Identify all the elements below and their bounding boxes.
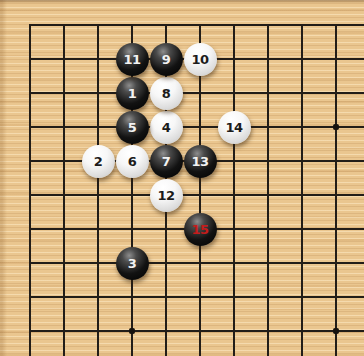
- stone-number: 12: [157, 189, 174, 202]
- stone-number: 15: [191, 223, 208, 236]
- stone-number: 5: [128, 121, 137, 134]
- stone-number: 13: [191, 155, 208, 168]
- stone-white-8[interactable]: 8: [150, 77, 183, 110]
- stone-number: 8: [162, 87, 171, 100]
- stone-black-11[interactable]: 11: [116, 43, 149, 76]
- star-point: [333, 124, 339, 130]
- stone-number: 1: [128, 87, 137, 100]
- grid-vertical-lines: [29, 24, 337, 356]
- stone-white-14[interactable]: 14: [218, 111, 251, 144]
- stone-white-4[interactable]: 4: [150, 111, 183, 144]
- stone-number: 3: [128, 257, 137, 270]
- stone-black-1[interactable]: 1: [116, 77, 149, 110]
- stone-white-6[interactable]: 6: [116, 145, 149, 178]
- stone-black-15[interactable]: 15: [184, 213, 217, 246]
- stone-number: 4: [162, 121, 171, 134]
- star-point: [333, 328, 339, 334]
- stone-black-9[interactable]: 9: [150, 43, 183, 76]
- go-board[interactable]: 123456789101112131415: [0, 0, 364, 356]
- stone-white-2[interactable]: 2: [82, 145, 115, 178]
- stone-white-12[interactable]: 12: [150, 179, 183, 212]
- stone-number: 10: [191, 53, 208, 66]
- stone-number: 14: [225, 121, 242, 134]
- stone-black-3[interactable]: 3: [116, 247, 149, 280]
- star-point: [129, 328, 135, 334]
- stone-number: 2: [94, 155, 103, 168]
- stone-number: 6: [128, 155, 137, 168]
- stone-black-5[interactable]: 5: [116, 111, 149, 144]
- stone-black-7[interactable]: 7: [150, 145, 183, 178]
- stone-number: 7: [162, 155, 171, 168]
- stone-number: 9: [162, 53, 171, 66]
- stone-number: 11: [123, 53, 140, 66]
- stone-white-10[interactable]: 10: [184, 43, 217, 76]
- stone-black-13[interactable]: 13: [184, 145, 217, 178]
